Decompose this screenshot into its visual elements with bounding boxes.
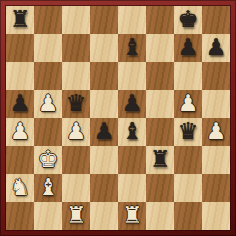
square-f2[interactable]	[146, 174, 174, 202]
square-f8[interactable]	[146, 6, 174, 34]
square-d3[interactable]	[90, 146, 118, 174]
square-e6[interactable]	[118, 62, 146, 90]
square-f4[interactable]	[146, 118, 174, 146]
square-b7[interactable]	[34, 34, 62, 62]
square-b1[interactable]	[34, 202, 62, 230]
square-g2[interactable]	[174, 174, 202, 202]
square-d7[interactable]	[90, 34, 118, 62]
square-e5[interactable]: ♟	[118, 90, 146, 118]
square-a8[interactable]: ♜	[6, 6, 34, 34]
square-e7[interactable]: ♝	[118, 34, 146, 62]
black-pawn: ♟	[178, 34, 199, 61]
square-b2[interactable]: ♝	[34, 174, 62, 202]
square-a4[interactable]: ♟	[6, 118, 34, 146]
square-e1[interactable]: ♜	[118, 202, 146, 230]
square-d8[interactable]	[90, 6, 118, 34]
black-rook: ♜	[150, 146, 171, 173]
square-c8[interactable]	[62, 6, 90, 34]
square-h1[interactable]	[202, 202, 230, 230]
black-bishop: ♝	[122, 34, 143, 61]
white-rook: ♜	[122, 202, 143, 229]
square-a3[interactable]	[6, 146, 34, 174]
square-d5[interactable]	[90, 90, 118, 118]
white-pawn: ♟	[178, 90, 199, 117]
square-c7[interactable]	[62, 34, 90, 62]
white-knight: ♞	[10, 174, 31, 201]
square-d2[interactable]	[90, 174, 118, 202]
square-a6[interactable]	[6, 62, 34, 90]
square-d4[interactable]: ♟	[90, 118, 118, 146]
white-king: ♚	[38, 146, 59, 173]
square-a1[interactable]	[6, 202, 34, 230]
square-f5[interactable]	[146, 90, 174, 118]
board-frame: ♜♚♝♟♟♟♟♛♟♟♟♟♟♝♛♟♚♜♞♝♜♜	[0, 0, 236, 236]
square-g7[interactable]: ♟	[174, 34, 202, 62]
square-h5[interactable]	[202, 90, 230, 118]
square-h4[interactable]: ♟	[202, 118, 230, 146]
square-a7[interactable]	[6, 34, 34, 62]
square-f1[interactable]	[146, 202, 174, 230]
square-a5[interactable]: ♟	[6, 90, 34, 118]
square-c6[interactable]	[62, 62, 90, 90]
black-bishop: ♝	[122, 118, 143, 145]
black-queen: ♛	[66, 90, 87, 117]
square-b5[interactable]: ♟	[34, 90, 62, 118]
square-d1[interactable]	[90, 202, 118, 230]
white-rook: ♜	[66, 202, 87, 229]
white-pawn: ♟	[38, 90, 59, 117]
square-e4[interactable]: ♝	[118, 118, 146, 146]
square-g3[interactable]	[174, 146, 202, 174]
square-b6[interactable]	[34, 62, 62, 90]
black-rook: ♜	[10, 6, 31, 33]
black-pawn: ♟	[122, 90, 143, 117]
square-g1[interactable]	[174, 202, 202, 230]
black-pawn: ♟	[206, 34, 227, 61]
black-pawn: ♟	[94, 118, 115, 145]
square-c1[interactable]: ♜	[62, 202, 90, 230]
square-c2[interactable]	[62, 174, 90, 202]
square-c5[interactable]: ♛	[62, 90, 90, 118]
square-g5[interactable]: ♟	[174, 90, 202, 118]
square-g6[interactable]	[174, 62, 202, 90]
square-e8[interactable]	[118, 6, 146, 34]
square-b4[interactable]	[34, 118, 62, 146]
square-f7[interactable]	[146, 34, 174, 62]
square-f3[interactable]: ♜	[146, 146, 174, 174]
white-pawn: ♟	[10, 118, 31, 145]
square-d6[interactable]	[90, 62, 118, 90]
square-h7[interactable]: ♟	[202, 34, 230, 62]
white-pawn: ♟	[206, 118, 227, 145]
square-c3[interactable]	[62, 146, 90, 174]
square-h6[interactable]	[202, 62, 230, 90]
black-king: ♚	[178, 6, 199, 33]
square-c4[interactable]: ♟	[62, 118, 90, 146]
square-g4[interactable]: ♛	[174, 118, 202, 146]
black-pawn: ♟	[10, 90, 31, 117]
white-pawn: ♟	[66, 118, 87, 145]
white-bishop: ♝	[38, 174, 59, 201]
square-g8[interactable]: ♚	[174, 6, 202, 34]
square-h8[interactable]	[202, 6, 230, 34]
square-h3[interactable]	[202, 146, 230, 174]
square-b8[interactable]	[34, 6, 62, 34]
square-e3[interactable]	[118, 146, 146, 174]
square-e2[interactable]	[118, 174, 146, 202]
black-queen: ♛	[178, 118, 199, 145]
square-h2[interactable]	[202, 174, 230, 202]
square-a2[interactable]: ♞	[6, 174, 34, 202]
chess-board[interactable]: ♜♚♝♟♟♟♟♛♟♟♟♟♟♝♛♟♚♜♞♝♜♜	[6, 6, 230, 230]
square-b3[interactable]: ♚	[34, 146, 62, 174]
square-f6[interactable]	[146, 62, 174, 90]
